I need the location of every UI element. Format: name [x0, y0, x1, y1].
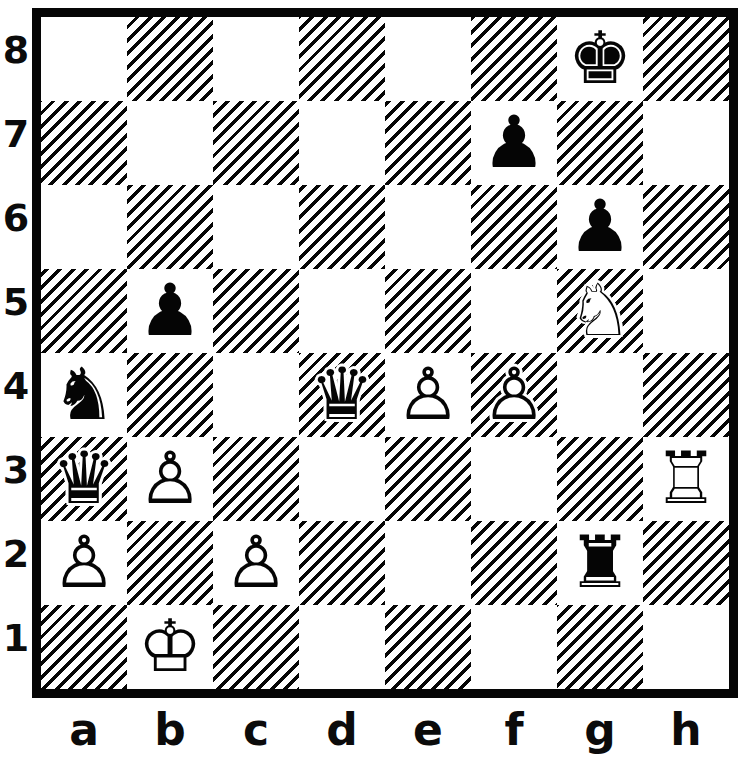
- square-g1[interactable]: [557, 605, 643, 689]
- piece-glyph: ♙: [213, 521, 299, 605]
- black-pawn-b5-icon[interactable]: ♟♟: [127, 269, 213, 353]
- square-g4[interactable]: [557, 353, 643, 437]
- square-c4[interactable]: [213, 353, 299, 437]
- white-king-b1-icon[interactable]: ♚♔: [127, 605, 213, 689]
- black-pawn-g6-icon[interactable]: ♟♟: [557, 185, 643, 269]
- piece-glyph: ♙: [471, 353, 557, 437]
- white-pawn-c2-icon[interactable]: ♟♙: [213, 521, 299, 605]
- square-g2[interactable]: ♜♜: [557, 521, 643, 605]
- piece-glyph: ♟: [127, 269, 213, 353]
- piece-glyph: ♖: [643, 437, 729, 521]
- square-e3[interactable]: [385, 437, 471, 521]
- rank-labels: 87654321: [0, 8, 32, 680]
- rank-label-3: 3: [0, 428, 32, 512]
- square-f4[interactable]: ♟♙: [471, 353, 557, 437]
- square-d2[interactable]: [299, 521, 385, 605]
- square-c7[interactable]: [213, 101, 299, 185]
- piece-glyph: ♜: [557, 521, 643, 605]
- white-knight-g5-icon[interactable]: ♞♘: [557, 269, 643, 353]
- piece-glyph: ♚: [557, 17, 643, 101]
- black-king-g8-icon[interactable]: ♚♚: [557, 17, 643, 101]
- square-e8[interactable]: [385, 17, 471, 101]
- square-g7[interactable]: [557, 101, 643, 185]
- rank-label-5: 5: [0, 260, 32, 344]
- square-b3[interactable]: ♟♙: [127, 437, 213, 521]
- rank-label-2: 2: [0, 512, 32, 596]
- square-e5[interactable]: [385, 269, 471, 353]
- square-h8[interactable]: [643, 17, 729, 101]
- square-c3[interactable]: [213, 437, 299, 521]
- file-label-e: e: [385, 698, 471, 755]
- square-g6[interactable]: ♟♟: [557, 185, 643, 269]
- piece-glyph: ♙: [385, 353, 471, 437]
- square-h1[interactable]: [643, 605, 729, 689]
- square-f3[interactable]: [471, 437, 557, 521]
- file-label-f: f: [471, 698, 557, 755]
- rank-label-6: 6: [0, 176, 32, 260]
- square-a5[interactable]: [41, 269, 127, 353]
- square-g8[interactable]: ♚♚: [557, 17, 643, 101]
- square-a8[interactable]: [41, 17, 127, 101]
- piece-glyph: ♙: [127, 437, 213, 521]
- file-labels-spacer: [0, 698, 41, 755]
- square-f1[interactable]: [471, 605, 557, 689]
- square-c2[interactable]: ♟♙: [213, 521, 299, 605]
- square-d5[interactable]: [299, 269, 385, 353]
- square-h6[interactable]: [643, 185, 729, 269]
- white-pawn-f4-icon[interactable]: ♟♙: [471, 353, 557, 437]
- file-label-c: c: [213, 698, 299, 755]
- square-b1[interactable]: ♚♔: [127, 605, 213, 689]
- black-queen-a3-icon[interactable]: ♛♛: [41, 437, 127, 521]
- square-a6[interactable]: [41, 185, 127, 269]
- square-e1[interactable]: [385, 605, 471, 689]
- square-d3[interactable]: [299, 437, 385, 521]
- square-b2[interactable]: [127, 521, 213, 605]
- piece-glyph: ♔: [127, 605, 213, 689]
- square-a2[interactable]: ♟♙: [41, 521, 127, 605]
- square-e4[interactable]: ♟♙: [385, 353, 471, 437]
- file-labels: abcdefgh: [41, 698, 729, 755]
- piece-glyph: ♘: [557, 269, 643, 353]
- piece-glyph: ♟: [471, 101, 557, 185]
- piece-glyph: ♟: [557, 185, 643, 269]
- square-b4[interactable]: [127, 353, 213, 437]
- rank-label-1: 1: [0, 596, 32, 680]
- square-a1[interactable]: [41, 605, 127, 689]
- square-e2[interactable]: [385, 521, 471, 605]
- square-b5[interactable]: ♟♟: [127, 269, 213, 353]
- square-f8[interactable]: [471, 17, 557, 101]
- white-rook-h3-icon[interactable]: ♜♖: [643, 437, 729, 521]
- black-rook-g2-icon[interactable]: ♜♜: [557, 521, 643, 605]
- square-d4[interactable]: ♛♛: [299, 353, 385, 437]
- square-c1[interactable]: [213, 605, 299, 689]
- file-label-d: d: [299, 698, 385, 755]
- square-b8[interactable]: [127, 17, 213, 101]
- square-d7[interactable]: [299, 101, 385, 185]
- file-label-b: b: [127, 698, 213, 755]
- file-label-g: g: [557, 698, 643, 755]
- square-f2[interactable]: [471, 521, 557, 605]
- square-g3[interactable]: [557, 437, 643, 521]
- square-d6[interactable]: [299, 185, 385, 269]
- white-pawn-b3-icon[interactable]: ♟♙: [127, 437, 213, 521]
- square-h5[interactable]: [643, 269, 729, 353]
- black-pawn-f7-icon[interactable]: ♟♟: [471, 101, 557, 185]
- square-f6[interactable]: [471, 185, 557, 269]
- chess-board: ♚♚♟♟♟♟♟♟♞♘♞♞♛♛♟♙♟♙♛♛♟♙♜♖♟♙♟♙♜♜♚♔: [32, 8, 738, 698]
- square-h2[interactable]: [643, 521, 729, 605]
- square-f5[interactable]: [471, 269, 557, 353]
- square-c5[interactable]: [213, 269, 299, 353]
- square-b6[interactable]: [127, 185, 213, 269]
- file-label-h: h: [643, 698, 729, 755]
- square-c6[interactable]: [213, 185, 299, 269]
- square-b7[interactable]: [127, 101, 213, 185]
- square-c8[interactable]: [213, 17, 299, 101]
- black-queen-d4-icon[interactable]: ♛♛: [299, 353, 385, 437]
- rank-label-8: 8: [0, 8, 32, 92]
- white-pawn-e4-icon[interactable]: ♟♙: [385, 353, 471, 437]
- square-e7[interactable]: [385, 101, 471, 185]
- square-e6[interactable]: [385, 185, 471, 269]
- rank-label-7: 7: [0, 92, 32, 176]
- piece-glyph: ♙: [41, 521, 127, 605]
- square-g5[interactable]: ♞♘: [557, 269, 643, 353]
- square-h3[interactable]: ♜♖: [643, 437, 729, 521]
- piece-glyph: ♛: [299, 353, 385, 437]
- square-d8[interactable]: [299, 17, 385, 101]
- chess-diagram-page: 87654321 ♚♚♟♟♟♟♟♟♞♘♞♞♛♛♟♙♟♙♛♛♟♙♜♖♟♙♟♙♜♜♚…: [0, 0, 756, 775]
- piece-glyph: ♞: [41, 353, 127, 437]
- black-knight-a4-icon[interactable]: ♞♞: [41, 353, 127, 437]
- square-d1[interactable]: [299, 605, 385, 689]
- square-a3[interactable]: ♛♛: [41, 437, 127, 521]
- square-f7[interactable]: ♟♟: [471, 101, 557, 185]
- square-h4[interactable]: [643, 353, 729, 437]
- white-pawn-a2-icon[interactable]: ♟♙: [41, 521, 127, 605]
- square-a7[interactable]: [41, 101, 127, 185]
- piece-glyph: ♛: [41, 437, 127, 521]
- square-h7[interactable]: [643, 101, 729, 185]
- square-a4[interactable]: ♞♞: [41, 353, 127, 437]
- file-label-a: a: [41, 698, 127, 755]
- rank-label-4: 4: [0, 344, 32, 428]
